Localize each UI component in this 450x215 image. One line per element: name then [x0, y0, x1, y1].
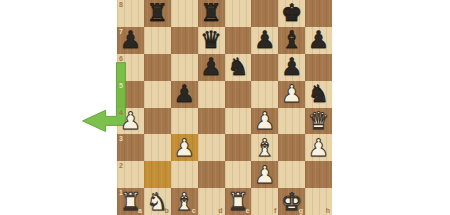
piece-white-rook-e1[interactable]: ♜	[227, 189, 249, 215]
square-e2[interactable]	[225, 161, 252, 188]
piece-black-pawn-d6[interactable]: ♟	[200, 54, 222, 80]
piece-black-pawn-a7[interactable]: ♟	[120, 27, 142, 53]
square-b2[interactable]	[144, 161, 171, 188]
square-h6[interactable]	[305, 54, 332, 81]
square-a8[interactable]: 8	[117, 0, 144, 27]
rank-label-6: 6	[119, 55, 123, 62]
square-d3[interactable]	[198, 134, 225, 161]
piece-white-bishop-c1[interactable]: ♝	[173, 189, 195, 215]
square-f4[interactable]: ♟	[251, 108, 278, 135]
square-g5[interactable]: ♟	[278, 81, 305, 108]
piece-black-bishop-g7[interactable]: ♝	[281, 27, 303, 53]
square-a4[interactable]: 4♟	[117, 108, 144, 135]
square-g7[interactable]: ♝	[278, 27, 305, 54]
piece-white-king-g1[interactable]: ♚	[281, 189, 303, 215]
square-d7[interactable]: ♛	[198, 27, 225, 54]
square-b3[interactable]	[144, 134, 171, 161]
square-b4[interactable]	[144, 108, 171, 135]
square-h7[interactable]: ♟	[305, 27, 332, 54]
square-f8[interactable]	[251, 0, 278, 27]
square-f5[interactable]	[251, 81, 278, 108]
chess-board[interactable]: 8♜♜♚7♟♛♟♝♟6♟♞♟5♟♟♞4♟♟♛3♟♝♟2♟1a♜b♞c♝de♜fg…	[117, 0, 332, 215]
square-d4[interactable]	[198, 108, 225, 135]
square-b1[interactable]: b♞	[144, 188, 171, 215]
piece-black-pawn-h7[interactable]: ♟	[308, 27, 330, 53]
rank-label-5: 5	[119, 82, 123, 89]
square-c6[interactable]	[171, 54, 198, 81]
square-a2[interactable]: 2	[117, 161, 144, 188]
square-g8[interactable]: ♚	[278, 0, 305, 27]
piece-white-pawn-a4[interactable]: ♟	[120, 108, 142, 134]
square-e8[interactable]	[225, 0, 252, 27]
square-h5[interactable]: ♞	[305, 81, 332, 108]
piece-black-pawn-g6[interactable]: ♟	[281, 54, 303, 80]
piece-black-queen-d7[interactable]: ♛	[200, 27, 222, 53]
square-d8[interactable]: ♜	[198, 0, 225, 27]
square-h3[interactable]: ♟	[305, 134, 332, 161]
square-c1[interactable]: c♝	[171, 188, 198, 215]
square-g1[interactable]: g♚	[278, 188, 305, 215]
piece-white-rook-a1[interactable]: ♜	[120, 189, 142, 215]
rank-label-8: 8	[119, 1, 123, 8]
piece-white-bishop-f3[interactable]: ♝	[254, 135, 276, 161]
square-c8[interactable]	[171, 0, 198, 27]
rank-label-2: 2	[119, 162, 123, 169]
square-a1[interactable]: 1a♜	[117, 188, 144, 215]
piece-black-rook-d8[interactable]: ♜	[200, 0, 222, 26]
square-b6[interactable]	[144, 54, 171, 81]
square-c5[interactable]: ♟	[171, 81, 198, 108]
piece-white-knight-b1[interactable]: ♞	[147, 189, 169, 215]
piece-black-pawn-f7[interactable]: ♟	[254, 27, 276, 53]
square-e3[interactable]	[225, 134, 252, 161]
rank-label-3: 3	[119, 135, 123, 142]
chess-app: 8♜♜♚7♟♛♟♝♟6♟♞♟5♟♟♞4♟♟♛3♟♝♟2♟1a♜b♞c♝de♜fg…	[0, 0, 450, 215]
piece-black-king-g8[interactable]: ♚	[281, 0, 303, 26]
piece-white-pawn-g5[interactable]: ♟	[281, 81, 303, 107]
square-a6[interactable]: 6	[117, 54, 144, 81]
square-c3[interactable]: ♟	[171, 134, 198, 161]
square-h1[interactable]: h	[305, 188, 332, 215]
square-g3[interactable]	[278, 134, 305, 161]
piece-black-knight-e6[interactable]: ♞	[227, 54, 249, 80]
square-e1[interactable]: e♜	[225, 188, 252, 215]
file-label-d: d	[218, 207, 222, 214]
square-a3[interactable]: 3	[117, 134, 144, 161]
piece-white-pawn-h3[interactable]: ♟	[308, 135, 330, 161]
file-label-f: f	[274, 207, 276, 214]
square-d6[interactable]: ♟	[198, 54, 225, 81]
square-e5[interactable]	[225, 81, 252, 108]
square-f6[interactable]	[251, 54, 278, 81]
piece-black-knight-h5[interactable]: ♞	[308, 81, 330, 107]
square-b7[interactable]	[144, 27, 171, 54]
square-c7[interactable]	[171, 27, 198, 54]
square-a7[interactable]: 7♟	[117, 27, 144, 54]
square-e4[interactable]	[225, 108, 252, 135]
square-f1[interactable]: f	[251, 188, 278, 215]
square-b5[interactable]	[144, 81, 171, 108]
piece-white-pawn-f2[interactable]: ♟	[254, 162, 276, 188]
square-c2[interactable]	[171, 161, 198, 188]
square-d1[interactable]: d	[198, 188, 225, 215]
square-g6[interactable]: ♟	[278, 54, 305, 81]
piece-white-queen-h4[interactable]: ♛	[308, 108, 330, 134]
square-d5[interactable]	[198, 81, 225, 108]
square-f2[interactable]: ♟	[251, 161, 278, 188]
piece-black-rook-b8[interactable]: ♜	[147, 0, 169, 26]
square-d2[interactable]	[198, 161, 225, 188]
piece-white-pawn-f4[interactable]: ♟	[254, 108, 276, 134]
square-e7[interactable]	[225, 27, 252, 54]
square-h8[interactable]	[305, 0, 332, 27]
square-f3[interactable]: ♝	[251, 134, 278, 161]
square-h4[interactable]: ♛	[305, 108, 332, 135]
piece-black-pawn-c5[interactable]: ♟	[173, 81, 195, 107]
square-b8[interactable]: ♜	[144, 0, 171, 27]
piece-white-pawn-c3[interactable]: ♟	[173, 135, 195, 161]
square-g2[interactable]	[278, 161, 305, 188]
square-g4[interactable]	[278, 108, 305, 135]
square-c4[interactable]	[171, 108, 198, 135]
square-f7[interactable]: ♟	[251, 27, 278, 54]
square-e6[interactable]: ♞	[225, 54, 252, 81]
square-h2[interactable]	[305, 161, 332, 188]
square-a5[interactable]: 5	[117, 81, 144, 108]
file-label-h: h	[326, 207, 330, 214]
